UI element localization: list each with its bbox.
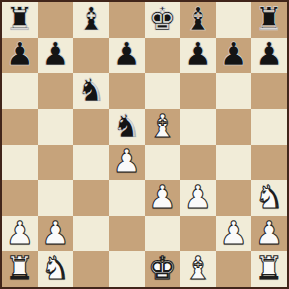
square-b5[interactable]: [38, 109, 74, 145]
square-c6[interactable]: ♞: [73, 73, 109, 109]
square-c8[interactable]: ♝: [73, 2, 109, 38]
square-h8[interactable]: ♜: [251, 2, 287, 38]
white-rook[interactable]: ♜: [255, 252, 284, 284]
square-a7[interactable]: ♟: [2, 38, 38, 74]
black-bishop[interactable]: ♝: [77, 3, 106, 35]
square-e8[interactable]: ♚: [145, 2, 181, 38]
square-a8[interactable]: ♜: [2, 2, 38, 38]
square-d3[interactable]: [109, 180, 145, 216]
square-d6[interactable]: [109, 73, 145, 109]
black-pawn[interactable]: ♟: [5, 38, 34, 70]
white-pawn[interactable]: ♟: [112, 145, 141, 177]
square-g2[interactable]: ♟: [216, 216, 252, 252]
square-f6[interactable]: [180, 73, 216, 109]
square-h2[interactable]: ♟: [251, 216, 287, 252]
square-a2[interactable]: ♟: [2, 216, 38, 252]
black-pawn[interactable]: ♟: [112, 38, 141, 70]
square-e1[interactable]: ♚: [145, 251, 181, 287]
white-rook[interactable]: ♜: [5, 252, 34, 284]
square-d8[interactable]: [109, 2, 145, 38]
black-pawn[interactable]: ♟: [41, 38, 70, 70]
black-rook[interactable]: ♜: [255, 3, 284, 35]
square-b7[interactable]: ♟: [38, 38, 74, 74]
square-e7[interactable]: [145, 38, 181, 74]
white-bishop[interactable]: ♝: [184, 252, 213, 284]
black-knight[interactable]: ♞: [77, 74, 106, 106]
square-e6[interactable]: [145, 73, 181, 109]
square-f3[interactable]: ♟: [180, 180, 216, 216]
white-pawn[interactable]: ♟: [5, 217, 34, 249]
square-e4[interactable]: [145, 145, 181, 181]
square-b6[interactable]: [38, 73, 74, 109]
square-b1[interactable]: ♞: [38, 251, 74, 287]
white-knight[interactable]: ♞: [255, 181, 284, 213]
square-b8[interactable]: [38, 2, 74, 38]
square-d5[interactable]: ♞: [109, 109, 145, 145]
square-g5[interactable]: [216, 109, 252, 145]
square-h3[interactable]: ♞: [251, 180, 287, 216]
black-knight[interactable]: ♞: [112, 110, 141, 142]
square-g4[interactable]: [216, 145, 252, 181]
square-c2[interactable]: [73, 216, 109, 252]
square-e5[interactable]: ♝: [145, 109, 181, 145]
square-e2[interactable]: [145, 216, 181, 252]
white-pawn[interactable]: ♟: [184, 181, 213, 213]
white-king[interactable]: ♚: [148, 252, 177, 284]
black-pawn[interactable]: ♟: [255, 38, 284, 70]
white-pawn[interactable]: ♟: [41, 217, 70, 249]
square-c1[interactable]: [73, 251, 109, 287]
square-c7[interactable]: [73, 38, 109, 74]
square-e3[interactable]: ♟: [145, 180, 181, 216]
black-bishop[interactable]: ♝: [184, 3, 213, 35]
square-h7[interactable]: ♟: [251, 38, 287, 74]
white-knight[interactable]: ♞: [41, 252, 70, 284]
square-f1[interactable]: ♝: [180, 251, 216, 287]
white-pawn[interactable]: ♟: [148, 181, 177, 213]
square-d7[interactable]: ♟: [109, 38, 145, 74]
square-h4[interactable]: [251, 145, 287, 181]
square-h5[interactable]: [251, 109, 287, 145]
square-a5[interactable]: [2, 109, 38, 145]
square-d1[interactable]: [109, 251, 145, 287]
square-a1[interactable]: ♜: [2, 251, 38, 287]
chess-board-container: ♜♝♚♝♜♟♟♟♟♟♟♞♞♝♟♟♟♞♟♟♟♟♜♞♚♝♜: [0, 0, 289, 289]
square-c3[interactable]: [73, 180, 109, 216]
square-d4[interactable]: ♟: [109, 145, 145, 181]
square-a6[interactable]: [2, 73, 38, 109]
square-g7[interactable]: ♟: [216, 38, 252, 74]
square-a3[interactable]: [2, 180, 38, 216]
square-f2[interactable]: [180, 216, 216, 252]
square-g3[interactable]: [216, 180, 252, 216]
black-king[interactable]: ♚: [148, 3, 177, 35]
square-g8[interactable]: [216, 2, 252, 38]
square-f7[interactable]: ♟: [180, 38, 216, 74]
white-pawn[interactable]: ♟: [255, 217, 284, 249]
square-a4[interactable]: [2, 145, 38, 181]
square-d2[interactable]: [109, 216, 145, 252]
black-pawn[interactable]: ♟: [184, 38, 213, 70]
square-f4[interactable]: [180, 145, 216, 181]
white-pawn[interactable]: ♟: [219, 217, 248, 249]
square-c4[interactable]: [73, 145, 109, 181]
chess-board: ♜♝♚♝♜♟♟♟♟♟♟♞♞♝♟♟♟♞♟♟♟♟♜♞♚♝♜: [0, 0, 289, 289]
square-g1[interactable]: [216, 251, 252, 287]
white-bishop[interactable]: ♝: [148, 110, 177, 142]
square-f8[interactable]: ♝: [180, 2, 216, 38]
square-b4[interactable]: [38, 145, 74, 181]
square-h6[interactable]: [251, 73, 287, 109]
square-b3[interactable]: [38, 180, 74, 216]
black-pawn[interactable]: ♟: [219, 38, 248, 70]
square-f5[interactable]: [180, 109, 216, 145]
square-g6[interactable]: [216, 73, 252, 109]
square-c5[interactable]: [73, 109, 109, 145]
black-rook[interactable]: ♜: [5, 3, 34, 35]
square-h1[interactable]: ♜: [251, 251, 287, 287]
square-b2[interactable]: ♟: [38, 216, 74, 252]
